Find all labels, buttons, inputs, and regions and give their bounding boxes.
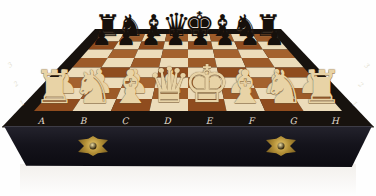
square-e3 [188,78,221,89]
square-f8 [210,34,235,42]
square-f5 [215,58,246,68]
square-c5 [130,58,161,68]
square-c1 [111,99,152,111]
square-d4 [157,68,188,78]
file-label-d: D [163,116,171,126]
square-c6 [134,50,163,59]
square-e8 [188,34,211,42]
rank-mark-left-3: 3 [6,61,15,70]
square-f4 [217,68,250,78]
square-d2 [152,88,188,99]
square-e1 [188,99,227,111]
square-c4 [126,68,159,78]
chess-set-photo: ABCDEFGH123123 ♜♞♝♛♚♝♞♜♟♟♟♟♟♟♟♟♟♟♟♟♟♟♟♟♜… [0,0,376,196]
square-f3 [219,78,255,89]
square-d5 [159,58,188,68]
brass-latch-left-icon [78,136,108,156]
brass-latch-right-icon [266,136,296,156]
square-e6 [188,50,215,59]
square-c2 [116,88,154,99]
file-label-h: H [331,116,340,126]
square-e2 [188,88,224,99]
square-c3 [121,78,157,89]
square-e7 [188,42,213,50]
square-f6 [213,50,242,59]
square-c8 [142,34,167,42]
box-front-panel [4,126,372,167]
square-e4 [188,68,219,78]
latch-pin-icon [90,143,97,150]
square-d8 [165,34,188,42]
file-label-c: C [122,116,130,126]
rank-mark-right-2: 2 [356,80,365,89]
square-f1 [224,99,265,111]
square-d3 [155,78,188,89]
rank-mark-right-3: 3 [362,61,371,70]
file-label-a: A [37,116,45,126]
square-f2 [221,88,259,99]
latch-pin-icon [278,143,285,150]
square-d7 [163,42,188,50]
square-d6 [161,50,188,59]
file-label-g: G [289,116,297,126]
square-d1 [150,99,189,111]
square-e5 [188,58,217,68]
rank-mark-left-2: 2 [12,80,21,89]
square-c7 [138,42,165,50]
square-f7 [211,42,238,50]
floor-reflection-glow [20,164,356,196]
